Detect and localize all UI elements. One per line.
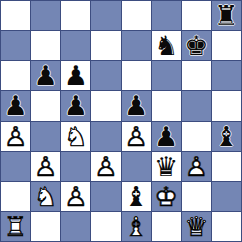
square-g4[interactable] — [182, 122, 211, 151]
square-a7[interactable] — [1, 31, 30, 60]
white-pawn[interactable]: ♟♙ — [182, 152, 211, 181]
square-c3[interactable] — [61, 152, 90, 181]
square-d2[interactable] — [91, 182, 120, 211]
square-e7[interactable] — [122, 31, 151, 60]
square-b4[interactable] — [31, 122, 60, 151]
square-d5[interactable] — [91, 91, 120, 120]
square-e2[interactable]: ♝ — [122, 182, 151, 211]
square-h6[interactable] — [212, 61, 241, 90]
piece-fill-glyph: ♝ — [212, 122, 241, 151]
black-queen[interactable]: ♛ — [152, 152, 181, 181]
black-pawn[interactable]: ♟ — [152, 122, 181, 151]
square-a8[interactable] — [1, 1, 30, 30]
square-g6[interactable] — [182, 61, 211, 90]
square-g8[interactable] — [182, 1, 211, 30]
square-g5[interactable] — [182, 91, 211, 120]
black-knight[interactable]: ♞ — [152, 31, 181, 60]
piece-outline-glyph: ♙ — [91, 152, 120, 181]
black-rook[interactable]: ♜ — [212, 1, 241, 30]
square-e1[interactable]: ♝♗ — [122, 212, 151, 241]
square-c8[interactable] — [61, 1, 90, 30]
piece-outline-glyph: ♕ — [182, 212, 211, 241]
white-pawn[interactable]: ♟♙ — [122, 122, 151, 151]
square-d8[interactable] — [91, 1, 120, 30]
black-pawn[interactable]: ♟ — [1, 91, 30, 120]
square-b6[interactable]: ♟ — [31, 61, 60, 90]
white-pawn[interactable]: ♟♙ — [61, 182, 90, 211]
square-d6[interactable] — [91, 61, 120, 90]
piece-outline-glyph: ♙ — [1, 122, 30, 151]
white-pawn[interactable]: ♟♙ — [91, 152, 120, 181]
piece-outline-glyph: ♙ — [182, 152, 211, 181]
square-f8[interactable] — [152, 1, 181, 30]
square-g3[interactable]: ♟♙ — [182, 152, 211, 181]
square-g2[interactable] — [182, 182, 211, 211]
white-rook[interactable]: ♜♖ — [1, 212, 30, 241]
square-f5[interactable] — [152, 91, 181, 120]
piece-outline-glyph: ♘ — [61, 122, 90, 151]
piece-outline-glyph: ♙ — [31, 152, 60, 181]
square-b5[interactable] — [31, 91, 60, 120]
white-king[interactable]: ♚♔ — [152, 182, 181, 211]
square-h5[interactable] — [212, 91, 241, 120]
square-b3[interactable]: ♟♙ — [31, 152, 60, 181]
square-h7[interactable] — [212, 31, 241, 60]
piece-outline-glyph: ♙ — [61, 182, 90, 211]
piece-outline-glyph: ♔ — [152, 182, 181, 211]
black-pawn[interactable]: ♟ — [61, 91, 90, 120]
square-f2[interactable]: ♚♔ — [152, 182, 181, 211]
square-a5[interactable]: ♟ — [1, 91, 30, 120]
white-knight[interactable]: ♞♘ — [61, 122, 90, 151]
square-g7[interactable]: ♚ — [182, 31, 211, 60]
piece-fill-glyph: ♟ — [61, 61, 90, 90]
square-h4[interactable]: ♝ — [212, 122, 241, 151]
white-knight[interactable]: ♞♘ — [31, 182, 60, 211]
piece-fill-glyph: ♚ — [182, 31, 211, 60]
piece-fill-glyph: ♟ — [152, 122, 181, 151]
piece-outline-glyph: ♖ — [1, 212, 30, 241]
black-pawn[interactable]: ♟ — [122, 91, 151, 120]
square-c4[interactable]: ♞♘ — [61, 122, 90, 151]
square-d1[interactable] — [91, 212, 120, 241]
square-h3[interactable] — [212, 152, 241, 181]
black-pawn[interactable]: ♟ — [31, 61, 60, 90]
piece-outline-glyph: ♘ — [31, 182, 60, 211]
square-b8[interactable] — [31, 1, 60, 30]
piece-fill-glyph: ♟ — [122, 91, 151, 120]
piece-fill-glyph: ♟ — [1, 91, 30, 120]
piece-fill-glyph: ♟ — [61, 91, 90, 120]
square-a6[interactable] — [1, 61, 30, 90]
piece-fill-glyph: ♜ — [212, 1, 241, 30]
white-pawn[interactable]: ♟♙ — [31, 152, 60, 181]
square-a2[interactable] — [1, 182, 30, 211]
square-b7[interactable] — [31, 31, 60, 60]
square-a4[interactable]: ♟♙ — [1, 122, 30, 151]
square-b2[interactable]: ♞♘ — [31, 182, 60, 211]
square-d4[interactable] — [91, 122, 120, 151]
square-c6[interactable]: ♟ — [61, 61, 90, 90]
black-bishop[interactable]: ♝ — [122, 182, 151, 211]
black-king[interactable]: ♚ — [182, 31, 211, 60]
square-f6[interactable] — [152, 61, 181, 90]
white-bishop[interactable]: ♝♗ — [122, 212, 151, 241]
square-d7[interactable] — [91, 31, 120, 60]
square-f4[interactable]: ♟ — [152, 122, 181, 151]
black-pawn[interactable]: ♟ — [61, 61, 90, 90]
square-h8[interactable]: ♜ — [212, 1, 241, 30]
square-e5[interactable]: ♟ — [122, 91, 151, 120]
piece-outline-glyph: ♗ — [122, 212, 151, 241]
square-h1[interactable] — [212, 212, 241, 241]
piece-fill-glyph: ♝ — [122, 182, 151, 211]
square-b1[interactable] — [31, 212, 60, 241]
square-f7[interactable]: ♞ — [152, 31, 181, 60]
square-e4[interactable]: ♟♙ — [122, 122, 151, 151]
square-e8[interactable] — [122, 1, 151, 30]
black-bishop[interactable]: ♝ — [212, 122, 241, 151]
square-c1[interactable] — [61, 212, 90, 241]
square-h2[interactable] — [212, 182, 241, 211]
chess-board: ♜♞♚♟♟♟♟♟♟♙♞♘♟♙♟♝♟♙♟♙♛♟♙♞♘♟♙♝♚♔♜♖♝♗♛♕ — [0, 0, 242, 242]
square-a1[interactable]: ♜♖ — [1, 212, 30, 241]
square-c2[interactable]: ♟♙ — [61, 182, 90, 211]
piece-fill-glyph: ♞ — [152, 31, 181, 60]
square-e6[interactable] — [122, 61, 151, 90]
square-f3[interactable]: ♛ — [152, 152, 181, 181]
square-d3[interactable]: ♟♙ — [91, 152, 120, 181]
white-pawn[interactable]: ♟♙ — [1, 122, 30, 151]
piece-fill-glyph: ♛ — [152, 152, 181, 181]
piece-fill-glyph: ♟ — [31, 61, 60, 90]
square-g1[interactable]: ♛♕ — [182, 212, 211, 241]
square-c7[interactable] — [61, 31, 90, 60]
square-c5[interactable]: ♟ — [61, 91, 90, 120]
piece-outline-glyph: ♙ — [122, 122, 151, 151]
white-queen[interactable]: ♛♕ — [182, 212, 211, 241]
square-f1[interactable] — [152, 212, 181, 241]
square-a3[interactable] — [1, 152, 30, 181]
square-e3[interactable] — [122, 152, 151, 181]
